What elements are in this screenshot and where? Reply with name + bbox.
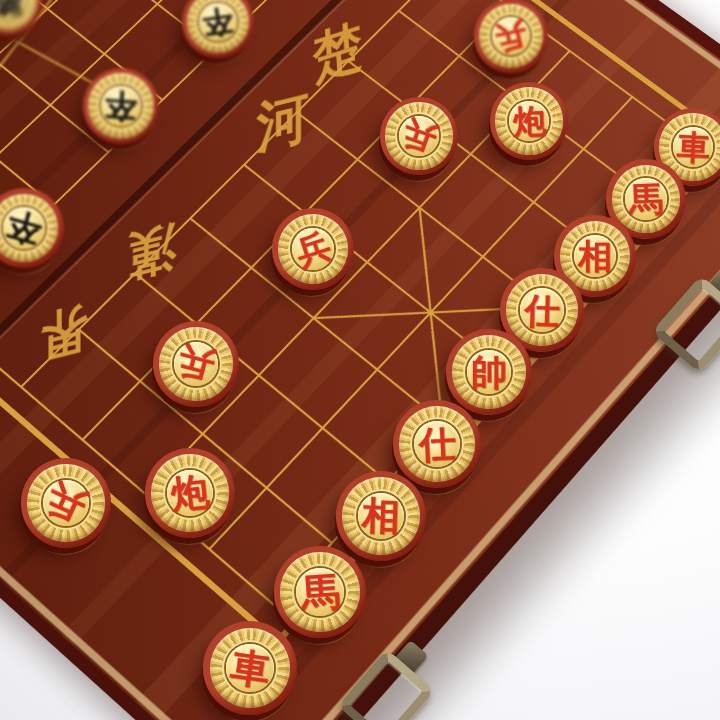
- piece-character: 將: [0, 0, 23, 17]
- piece-character: 卒: [3, 207, 45, 249]
- piece-black-soldier-file3[interactable]: 卒: [0, 188, 64, 268]
- piece-center-disc: 卒: [3, 207, 45, 249]
- piece-center-disc: 卒: [101, 86, 141, 126]
- piece-center-disc: 車: [226, 644, 275, 693]
- piece-center-disc: 帥: [467, 350, 512, 395]
- pieces-layer: 將卒兵卒炮兵車馬卒兵相仕兵帥仕炮兵相馬車: [0, 0, 720, 720]
- piece-red-cannon-file2[interactable]: 炮: [145, 448, 235, 538]
- piece-red-horse-file2[interactable]: 馬: [274, 546, 366, 638]
- piece-red-soldier-file5[interactable]: 兵: [272, 208, 354, 290]
- xiangqi-set-photo: 楚河漢界 將卒兵卒炮兵車馬卒兵相仕兵帥仕炮兵相馬車: [0, 0, 720, 720]
- piece-red-elephant-file3[interactable]: 相: [336, 471, 426, 561]
- piece-character: 帥: [471, 354, 507, 390]
- piece-center-disc: 炮: [509, 101, 550, 142]
- piece-red-soldier-file3[interactable]: 兵: [153, 321, 239, 407]
- piece-character: 車: [228, 646, 272, 690]
- piece-black-general-file5[interactable]: 將: [0, 0, 42, 36]
- piece-center-disc: 炮: [167, 470, 214, 517]
- piece-character: 炮: [512, 104, 546, 138]
- piece-center-disc: 兵: [292, 228, 335, 271]
- piece-character: 卒: [104, 89, 138, 123]
- piece-red-cannon-file8[interactable]: 炮: [490, 82, 568, 160]
- piece-character: 相: [578, 239, 612, 273]
- piece-character: 車: [676, 130, 711, 165]
- piece-center-disc: 卒: [199, 3, 236, 40]
- piece-character: 卒: [201, 5, 235, 39]
- piece-character: 仕: [524, 292, 560, 328]
- piece-character: 兵: [292, 228, 335, 271]
- piece-center-disc: 仕: [520, 288, 564, 332]
- piece-red-advisor-file4[interactable]: 仕: [393, 400, 481, 488]
- piece-red-general-file5[interactable]: 帥: [446, 329, 532, 415]
- piece-red-chariot-file1[interactable]: 車: [203, 621, 297, 715]
- piece-red-soldier-file9[interactable]: 兵: [474, 0, 548, 73]
- piece-character: 炮: [169, 472, 211, 514]
- piece-center-disc: 相: [574, 235, 617, 278]
- piece-center-disc: 馬: [296, 568, 344, 616]
- piece-character: 兵: [493, 18, 530, 55]
- piece-center-disc: 兵: [492, 17, 531, 56]
- piece-center-disc: 將: [0, 0, 26, 20]
- piece-red-soldier-file1[interactable]: 兵: [21, 458, 111, 548]
- piece-character: 仕: [418, 425, 457, 464]
- piece-center-disc: 車: [673, 127, 714, 168]
- piece-center-disc: 相: [358, 493, 405, 540]
- piece-red-soldier-file7[interactable]: 兵: [380, 97, 458, 175]
- piece-character: 馬: [628, 181, 663, 216]
- piece-black-soldier-file5[interactable]: 卒: [83, 68, 159, 144]
- piece-character: 馬: [299, 571, 341, 613]
- piece-black-soldier-file7[interactable]: 卒: [182, 0, 254, 58]
- piece-character: 兵: [174, 342, 218, 386]
- piece-center-disc: 馬: [625, 178, 667, 220]
- piece-character: 相: [361, 496, 400, 535]
- piece-center-disc: 仕: [414, 421, 460, 467]
